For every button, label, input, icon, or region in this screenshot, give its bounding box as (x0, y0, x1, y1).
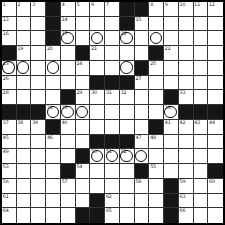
crossword-cell[interactable] (17, 31, 32, 46)
black-cell (208, 105, 223, 120)
crossword-cell[interactable]: 35 (61, 105, 76, 120)
clue-number: 43 (194, 120, 200, 125)
crossword-cell[interactable] (179, 61, 194, 76)
clue-number: 57 (62, 179, 68, 184)
crossword-cell[interactable] (105, 105, 120, 120)
crossword-cell[interactable]: 36 (164, 105, 179, 120)
circle-marker (120, 61, 132, 73)
clue-number: 45 (3, 135, 9, 140)
circle-marker (150, 32, 162, 44)
crossword-cell[interactable] (149, 105, 164, 120)
crossword-cell[interactable]: 23 (2, 61, 17, 76)
crossword-cell[interactable] (208, 46, 223, 61)
crossword-cell[interactable] (135, 149, 150, 164)
crossword-cell[interactable]: 1 (2, 2, 17, 17)
crossword-cell[interactable]: 32 (120, 90, 135, 105)
crossword-cell[interactable] (208, 90, 223, 105)
clue-number: 8 (150, 2, 153, 7)
clue-number: 9 (165, 2, 168, 7)
crossword-cell[interactable]: 24 (76, 61, 91, 76)
crossword-cell[interactable] (17, 179, 32, 194)
black-cell (164, 179, 179, 194)
crossword-cell[interactable] (179, 164, 194, 179)
crossword-cell[interactable] (135, 105, 150, 120)
crossword-cell[interactable] (194, 179, 209, 194)
clue-number: 40 (62, 120, 68, 125)
crossword-cell[interactable] (61, 194, 76, 209)
crossword-cell[interactable]: 2 (17, 2, 32, 17)
crossword-cell[interactable]: 17 (61, 31, 76, 46)
crossword-cell[interactable]: 13 (2, 17, 17, 32)
black-cell (31, 105, 46, 120)
clue-number: 48 (150, 135, 156, 140)
crossword-cell[interactable]: 9 (164, 2, 179, 17)
clue-number: 50 (91, 149, 97, 154)
crossword-cell[interactable]: 6 (90, 2, 105, 17)
clue-number: 28 (3, 90, 9, 95)
crossword-cell[interactable] (149, 208, 164, 223)
clue-number: 2 (18, 2, 21, 7)
crossword-cell[interactable] (149, 76, 164, 91)
crossword-cell[interactable] (61, 208, 76, 223)
crossword-cell[interactable] (149, 31, 164, 46)
crossword-cell[interactable]: 50 (90, 149, 105, 164)
clue-number: 16 (3, 31, 9, 36)
clue-number: 52 (121, 149, 127, 154)
crossword-cell[interactable] (61, 61, 76, 76)
crossword-cell[interactable] (31, 17, 46, 32)
black-cell (2, 105, 17, 120)
crossword-cell[interactable] (194, 90, 209, 105)
crossword-cell[interactable] (31, 179, 46, 194)
crossword-cell[interactable]: 52 (120, 149, 135, 164)
clue-number: 14 (62, 17, 68, 22)
black-cell (120, 135, 135, 150)
crossword-cell[interactable]: 7 (105, 2, 120, 17)
clue-number: 1 (3, 2, 6, 7)
clue-number: 36 (165, 105, 171, 110)
crossword-cell[interactable] (149, 149, 164, 164)
crossword-cell[interactable] (164, 61, 179, 76)
crossword-cell[interactable] (90, 31, 105, 46)
crossword-cell[interactable] (135, 208, 150, 223)
crossword-cell[interactable] (208, 76, 223, 91)
clue-number: 60 (209, 179, 215, 184)
crossword-cell[interactable] (179, 31, 194, 46)
crossword-cell[interactable] (135, 120, 150, 135)
crossword-cell[interactable]: 16 (2, 31, 17, 46)
crossword-cell[interactable]: 14 (61, 17, 76, 32)
crossword-cell[interactable] (179, 135, 194, 150)
crossword-cell[interactable] (208, 17, 223, 32)
clue-number: 10 (180, 2, 186, 7)
crossword-cell[interactable] (194, 149, 209, 164)
crossword-cell[interactable] (31, 194, 46, 209)
crossword-cell[interactable]: 64 (2, 208, 17, 223)
crossword-cell[interactable] (17, 90, 32, 105)
crossword-cell[interactable] (149, 179, 164, 194)
crossword-cell[interactable] (17, 61, 32, 76)
crossword-cell[interactable]: 44 (208, 120, 223, 135)
clue-number: 21 (91, 46, 97, 51)
clue-number: 13 (3, 17, 9, 22)
crossword-cell[interactable] (179, 17, 194, 32)
crossword-cell[interactable]: 61 (2, 194, 17, 209)
crossword-cell[interactable] (149, 194, 164, 209)
black-cell (46, 31, 61, 46)
black-cell (194, 105, 209, 120)
crossword-cell[interactable] (31, 208, 46, 223)
black-cell (164, 90, 179, 105)
crossword-cell[interactable] (17, 149, 32, 164)
crossword-cell[interactable] (90, 17, 105, 32)
crossword-cell[interactable]: 34 (46, 105, 61, 120)
crossword-cell[interactable] (17, 17, 32, 32)
crossword-cell[interactable] (31, 149, 46, 164)
clue-number: 62 (106, 194, 112, 199)
black-cell (179, 105, 194, 120)
crossword-cell[interactable] (164, 135, 179, 150)
crossword-cell[interactable] (194, 46, 209, 61)
crossword-cell[interactable] (105, 61, 120, 76)
crossword-cell[interactable] (179, 76, 194, 91)
clue-number: 59 (180, 179, 186, 184)
clue-number: 11 (194, 2, 200, 7)
black-cell (46, 17, 61, 32)
crossword-cell[interactable] (76, 76, 91, 91)
crossword-cell[interactable] (31, 135, 46, 150)
crossword-cell[interactable] (120, 120, 135, 135)
black-cell (208, 164, 223, 179)
black-cell (76, 208, 91, 223)
crossword-cell[interactable] (17, 194, 32, 209)
black-cell (76, 149, 91, 164)
black-cell (120, 17, 135, 32)
crossword-cell[interactable] (135, 46, 150, 61)
crossword-cell[interactable]: 48 (149, 135, 164, 150)
clue-number: 29 (76, 90, 82, 95)
circle-marker (76, 106, 88, 118)
black-cell (149, 120, 164, 135)
crossword-cell[interactable] (90, 120, 105, 135)
crossword-cell[interactable]: 60 (208, 179, 223, 194)
crossword-cell[interactable] (105, 31, 120, 46)
circle-marker (47, 61, 59, 73)
crossword-cell[interactable]: 57 (61, 179, 76, 194)
black-cell (120, 2, 135, 17)
clue-number: 22 (165, 46, 171, 51)
crossword-grid: 1234567891011121314151617181920212223242… (0, 0, 225, 225)
crossword-cell[interactable] (76, 31, 91, 46)
crossword-cell[interactable] (46, 90, 61, 105)
crossword-cell[interactable]: 45 (2, 135, 17, 150)
clue-number: 49 (3, 149, 9, 154)
crossword-cell[interactable] (76, 17, 91, 32)
clue-number: 41 (165, 120, 171, 125)
crossword-cell[interactable] (149, 17, 164, 32)
clue-number: 44 (209, 120, 215, 125)
clue-number: 61 (3, 194, 9, 199)
clue-number: 51 (106, 149, 112, 154)
black-cell (120, 76, 135, 91)
crossword-cell[interactable] (194, 17, 209, 32)
crossword-cell[interactable] (46, 76, 61, 91)
crossword-cell[interactable]: 31 (105, 90, 120, 105)
crossword-cell[interactable] (208, 61, 223, 76)
crossword-cell[interactable] (17, 76, 32, 91)
crossword-cell[interactable]: 41 (164, 120, 179, 135)
crossword-cell[interactable]: 29 (76, 90, 91, 105)
crossword-cell[interactable] (164, 76, 179, 91)
crossword-cell[interactable] (179, 149, 194, 164)
crossword-cell[interactable]: 22 (164, 46, 179, 61)
clue-number: 23 (3, 61, 9, 66)
crossword-cell[interactable] (31, 164, 46, 179)
clue-number: 31 (106, 90, 112, 95)
black-cell (46, 2, 61, 17)
crossword-cell[interactable]: 11 (194, 2, 209, 17)
clue-number: 63 (180, 194, 186, 199)
crossword-cell[interactable]: 58 (135, 179, 150, 194)
crossword-cell[interactable] (90, 179, 105, 194)
clue-number: 3 (32, 2, 35, 7)
crossword-cell[interactable] (105, 120, 120, 135)
crossword-cell[interactable]: 55 (149, 164, 164, 179)
crossword-cell[interactable] (90, 105, 105, 120)
clue-number: 15 (135, 17, 141, 22)
clue-number: 35 (62, 105, 68, 110)
crossword-cell[interactable]: 62 (105, 194, 120, 209)
clue-number: 47 (135, 135, 141, 140)
crossword-cell[interactable] (135, 31, 150, 46)
crossword-cell[interactable]: 28 (2, 90, 17, 105)
clue-number: 17 (62, 31, 68, 36)
crossword-cell[interactable]: 37 (2, 120, 17, 135)
crossword-cell[interactable] (90, 164, 105, 179)
clue-number: 5 (76, 2, 79, 7)
crossword-cell[interactable] (105, 179, 120, 194)
clue-number: 56 (3, 179, 9, 184)
crossword-cell[interactable] (105, 164, 120, 179)
crossword-cell[interactable]: 33 (179, 90, 194, 105)
crossword-cell[interactable]: 4 (61, 2, 76, 17)
crossword-cell[interactable]: 51 (105, 149, 120, 164)
crossword-cell[interactable]: 19 (17, 46, 32, 61)
clue-number: 20 (47, 46, 53, 51)
crossword-cell[interactable]: 63 (179, 194, 194, 209)
clue-number: 65 (106, 208, 112, 213)
crossword-cell[interactable] (31, 31, 46, 46)
crossword-cell[interactable]: 39 (31, 120, 46, 135)
black-cell (90, 194, 105, 209)
crossword-cell[interactable] (46, 208, 61, 223)
crossword-cell[interactable] (76, 135, 91, 150)
crossword-cell[interactable] (76, 179, 91, 194)
clue-number: 7 (106, 2, 109, 7)
black-cell (105, 135, 120, 150)
black-cell (61, 164, 76, 179)
crossword-cell[interactable]: 38 (17, 120, 32, 135)
clue-number: 58 (135, 179, 141, 184)
black-cell (17, 105, 32, 120)
black-cell (46, 120, 61, 135)
crossword-cell[interactable] (61, 149, 76, 164)
crossword-cell[interactable] (120, 208, 135, 223)
crossword-cell[interactable]: 25 (149, 61, 164, 76)
crossword-cell[interactable]: 47 (135, 135, 150, 150)
circle-marker (135, 150, 147, 162)
crossword-cell[interactable] (17, 164, 32, 179)
crossword-cell[interactable]: 3 (31, 2, 46, 17)
crossword-cell[interactable] (61, 76, 76, 91)
crossword-cell[interactable] (76, 194, 91, 209)
crossword-cell[interactable]: 27 (135, 76, 150, 91)
crossword-cell[interactable] (46, 164, 61, 179)
clue-number: 37 (3, 120, 9, 125)
clue-number: 18 (121, 31, 127, 36)
crossword-cell[interactable]: 40 (61, 120, 76, 135)
clue-number: 33 (180, 90, 186, 95)
crossword-cell[interactable]: 5 (76, 2, 91, 17)
crossword-cell[interactable] (194, 208, 209, 223)
crossword-cell[interactable] (208, 31, 223, 46)
black-cell (135, 164, 150, 179)
crossword-cell[interactable]: 46 (46, 135, 61, 150)
crossword-cell[interactable] (31, 76, 46, 91)
black-cell (164, 208, 179, 223)
crossword-cell[interactable]: 53 (2, 164, 17, 179)
crossword-cell[interactable]: 43 (194, 120, 209, 135)
crossword-cell[interactable] (46, 179, 61, 194)
clue-number: 55 (150, 164, 156, 169)
crossword-cell[interactable] (164, 31, 179, 46)
clue-number: 34 (47, 105, 53, 110)
crossword-cell[interactable] (194, 194, 209, 209)
crossword-cell[interactable] (208, 149, 223, 164)
crossword-cell[interactable] (120, 61, 135, 76)
crossword-cell[interactable] (194, 135, 209, 150)
clue-number: 53 (3, 164, 9, 169)
crossword-cell[interactable] (135, 90, 150, 105)
crossword-cell[interactable] (164, 149, 179, 164)
crossword-cell[interactable]: 18 (120, 31, 135, 46)
clue-number: 39 (32, 120, 38, 125)
crossword-cell[interactable] (61, 135, 76, 150)
crossword-cell[interactable]: 12 (208, 2, 223, 17)
crossword-cell[interactable] (208, 194, 223, 209)
crossword-cell[interactable] (105, 46, 120, 61)
clue-number: 46 (47, 135, 53, 140)
crossword-cell[interactable] (120, 179, 135, 194)
clue-number: 26 (3, 76, 9, 81)
clue-number: 38 (18, 120, 24, 125)
crossword-cell[interactable] (90, 61, 105, 76)
black-cell (2, 46, 17, 61)
black-cell (90, 135, 105, 150)
crossword-cell[interactable]: 30 (90, 90, 105, 105)
crossword-cell[interactable] (179, 46, 194, 61)
crossword-cell[interactable] (194, 164, 209, 179)
clue-number: 19 (18, 46, 24, 51)
clue-number: 64 (3, 208, 9, 213)
crossword-cell[interactable] (149, 90, 164, 105)
clue-number: 32 (121, 90, 127, 95)
clue-number: 6 (91, 2, 94, 7)
black-cell (90, 208, 105, 223)
crossword-cell[interactable]: 59 (179, 179, 194, 194)
black-cell (105, 76, 120, 91)
black-cell (90, 76, 105, 91)
crossword-cell[interactable] (76, 105, 91, 120)
crossword-cell[interactable] (31, 46, 46, 61)
black-cell (135, 61, 150, 76)
clue-number: 66 (180, 208, 186, 213)
black-cell (135, 2, 150, 17)
crossword-cell[interactable] (61, 46, 76, 61)
clue-number: 54 (76, 164, 82, 169)
crossword-cell[interactable] (164, 164, 179, 179)
crossword-cell[interactable] (17, 208, 32, 223)
crossword-cell[interactable] (194, 31, 209, 46)
crossword-cell[interactable] (46, 149, 61, 164)
clue-number: 4 (62, 2, 65, 7)
crossword-cell[interactable]: 56 (2, 179, 17, 194)
crossword-cell[interactable]: 8 (149, 2, 164, 17)
crossword-cell[interactable] (17, 135, 32, 150)
clue-number: 25 (150, 61, 156, 66)
crossword-cell[interactable]: 21 (90, 46, 105, 61)
clue-number: 30 (91, 90, 97, 95)
crossword-cell[interactable]: 65 (105, 208, 120, 223)
crossword-cell[interactable]: 42 (179, 120, 194, 135)
crossword-cell[interactable] (105, 17, 120, 32)
crossword-cell[interactable] (120, 164, 135, 179)
crossword-cell[interactable]: 20 (46, 46, 61, 61)
crossword-cell[interactable]: 54 (76, 164, 91, 179)
black-cell (149, 46, 164, 61)
crossword-cell[interactable] (135, 194, 150, 209)
circle-marker (17, 61, 29, 73)
clue-number: 42 (180, 120, 186, 125)
crossword-cell[interactable]: 26 (2, 76, 17, 91)
crossword-cell[interactable]: 66 (179, 208, 194, 223)
clue-number: 24 (76, 61, 82, 66)
crossword-cell[interactable] (194, 61, 209, 76)
crossword-cell[interactable] (31, 61, 46, 76)
crossword-cell[interactable] (120, 194, 135, 209)
crossword-cell[interactable] (46, 61, 61, 76)
clue-number: 12 (209, 2, 215, 7)
crossword-cell[interactable] (208, 208, 223, 223)
crossword-cell[interactable]: 10 (179, 2, 194, 17)
crossword-cell[interactable]: 15 (135, 17, 150, 32)
crossword-cell[interactable] (194, 76, 209, 91)
black-cell (61, 90, 76, 105)
crossword-cell[interactable] (120, 105, 135, 120)
black-cell (76, 46, 91, 61)
crossword-cell[interactable] (120, 46, 135, 61)
crossword-cell[interactable] (164, 17, 179, 32)
black-cell (164, 194, 179, 209)
crossword-cell[interactable] (31, 90, 46, 105)
crossword-cell[interactable] (46, 194, 61, 209)
crossword-cell[interactable] (76, 120, 91, 135)
crossword-cell[interactable]: 49 (2, 149, 17, 164)
circle-marker (91, 32, 103, 44)
clue-number: 27 (135, 76, 141, 81)
crossword-cell[interactable] (208, 135, 223, 150)
